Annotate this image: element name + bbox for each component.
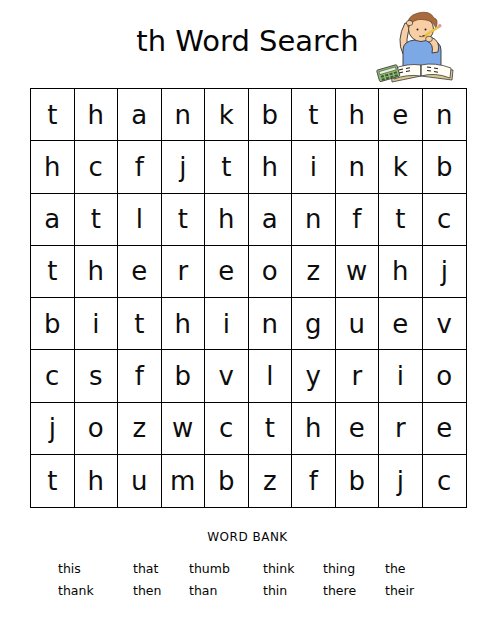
grid-cell-r6c2[interactable]: s <box>75 350 119 402</box>
word-bank-word-the: the <box>385 561 445 576</box>
grid-cell-r6c1[interactable]: c <box>31 350 75 402</box>
grid-cell-r4c6[interactable]: o <box>249 246 293 298</box>
grid-cell-r2c1[interactable]: h <box>31 141 75 193</box>
grid-cell-r5c5[interactable]: i <box>205 298 249 350</box>
grid-cell-r8c5[interactable]: b <box>205 455 249 507</box>
grid-cell-r4c8[interactable]: w <box>336 246 380 298</box>
grid-cell-r2c3[interactable]: f <box>118 141 162 193</box>
grid-cell-r4c3[interactable]: e <box>118 246 162 298</box>
word-bank-word-thing: thing <box>323 561 385 576</box>
grid-cell-r4c7[interactable]: z <box>292 246 336 298</box>
grid-cell-r7c10[interactable]: e <box>423 403 467 455</box>
grid-cell-r2c4[interactable]: j <box>162 141 206 193</box>
word-bank-word-then: then <box>133 583 189 598</box>
grid-cell-r5c1[interactable]: b <box>31 298 75 350</box>
grid-cell-r2c9[interactable]: k <box>379 141 423 193</box>
word-bank-word-this: this <box>58 561 133 576</box>
worksheet-page: th Word Search <box>0 0 495 640</box>
grid-cell-r8c2[interactable]: h <box>75 455 119 507</box>
word-bank-word-thin: thin <box>263 583 323 598</box>
grid-cell-r8c9[interactable]: j <box>379 455 423 507</box>
grid-cell-r6c7[interactable]: y <box>292 350 336 402</box>
grid-cell-r3c4[interactable]: t <box>162 194 206 246</box>
word-bank-heading: WORD BANK <box>0 530 495 544</box>
word-bank-word-thumb: thumb <box>189 561 263 576</box>
grid-cell-r2c5[interactable]: t <box>205 141 249 193</box>
grid-cell-r1c9[interactable]: e <box>379 89 423 141</box>
grid-cell-r3c10[interactable]: c <box>423 194 467 246</box>
grid-cell-r1c5[interactable]: k <box>205 89 249 141</box>
grid-cell-r6c3[interactable]: f <box>118 350 162 402</box>
grid-cell-r7c6[interactable]: t <box>249 403 293 455</box>
grid-cell-r8c10[interactable]: c <box>423 455 467 507</box>
grid-cell-r6c9[interactable]: i <box>379 350 423 402</box>
grid-cell-r7c7[interactable]: h <box>292 403 336 455</box>
grid-cell-r6c8[interactable]: r <box>336 350 380 402</box>
grid-cell-r3c8[interactable]: f <box>336 194 380 246</box>
grid-cell-r3c7[interactable]: n <box>292 194 336 246</box>
grid-cell-r5c7[interactable]: g <box>292 298 336 350</box>
grid-cell-r3c1[interactable]: a <box>31 194 75 246</box>
grid-cell-r7c5[interactable]: c <box>205 403 249 455</box>
grid-cell-r3c9[interactable]: t <box>379 194 423 246</box>
grid-cell-r2c6[interactable]: h <box>249 141 293 193</box>
grid-cell-r3c6[interactable]: a <box>249 194 293 246</box>
grid-cell-r7c9[interactable]: r <box>379 403 423 455</box>
word-bank-grid: thisthatthumbthinkthingthethankthenthant… <box>58 561 445 598</box>
grid-cell-r6c4[interactable]: b <box>162 350 206 402</box>
grid-cell-r7c1[interactable]: j <box>31 403 75 455</box>
grid-cell-r8c6[interactable]: z <box>249 455 293 507</box>
word-bank-word-that: that <box>133 561 189 576</box>
grid-cell-r3c2[interactable]: t <box>75 194 119 246</box>
grid-cell-r4c10[interactable]: j <box>423 246 467 298</box>
grid-cell-r7c4[interactable]: w <box>162 403 206 455</box>
grid-cell-r5c8[interactable]: u <box>336 298 380 350</box>
grid-cell-r5c2[interactable]: i <box>75 298 119 350</box>
grid-cell-r8c4[interactable]: m <box>162 455 206 507</box>
word-bank-word-than: than <box>189 583 263 598</box>
grid-cell-r2c8[interactable]: n <box>336 141 380 193</box>
word-bank-word-there: there <box>323 583 385 598</box>
grid-cell-r1c7[interactable]: t <box>292 89 336 141</box>
grid-cell-r2c2[interactable]: c <box>75 141 119 193</box>
grid-cell-r5c10[interactable]: v <box>423 298 467 350</box>
grid-cell-r8c1[interactable]: t <box>31 455 75 507</box>
grid-cell-r1c2[interactable]: h <box>75 89 119 141</box>
grid-cell-r2c7[interactable]: i <box>292 141 336 193</box>
grid-cell-r4c5[interactable]: e <box>205 246 249 298</box>
grid-cell-r6c10[interactable]: o <box>423 350 467 402</box>
grid-cell-r7c3[interactable]: z <box>118 403 162 455</box>
grid-cell-r4c1[interactable]: t <box>31 246 75 298</box>
grid-cell-r5c9[interactable]: e <box>379 298 423 350</box>
word-bank-word-thank: thank <box>58 583 133 598</box>
word-bank-word-their: their <box>385 583 445 598</box>
grid-cell-r1c8[interactable]: h <box>336 89 380 141</box>
letter-grid: thankbthenhcfjthinkbatlthanftcthereozwhj… <box>30 88 467 508</box>
word-bank-word-think: think <box>263 561 323 576</box>
grid-cell-r1c4[interactable]: n <box>162 89 206 141</box>
grid-cell-r3c3[interactable]: l <box>118 194 162 246</box>
grid-cell-r2c10[interactable]: b <box>423 141 467 193</box>
grid-cell-r1c10[interactable]: n <box>423 89 467 141</box>
grid-cell-r6c6[interactable]: l <box>249 350 293 402</box>
grid-cell-r4c2[interactable]: h <box>75 246 119 298</box>
grid-cell-r4c4[interactable]: r <box>162 246 206 298</box>
grid-cell-r7c8[interactable]: e <box>336 403 380 455</box>
grid-cell-r8c3[interactable]: u <box>118 455 162 507</box>
grid-cell-r5c4[interactable]: h <box>162 298 206 350</box>
grid-cell-r1c6[interactable]: b <box>249 89 293 141</box>
grid-cell-r5c6[interactable]: n <box>249 298 293 350</box>
grid-cell-r6c5[interactable]: v <box>205 350 249 402</box>
grid-cell-r8c7[interactable]: f <box>292 455 336 507</box>
grid-cell-r8c8[interactable]: b <box>336 455 380 507</box>
grid-cell-r1c3[interactable]: a <box>118 89 162 141</box>
thinking-boy-illustration <box>375 10 470 88</box>
grid-cell-r4c9[interactable]: h <box>379 246 423 298</box>
grid-cell-r1c1[interactable]: t <box>31 89 75 141</box>
grid-cell-r3c5[interactable]: h <box>205 194 249 246</box>
grid-cell-r7c2[interactable]: o <box>75 403 119 455</box>
grid-cell-r5c3[interactable]: t <box>118 298 162 350</box>
